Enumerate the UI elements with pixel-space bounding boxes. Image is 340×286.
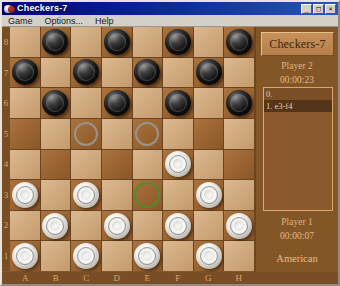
square-d8[interactable]	[102, 27, 132, 57]
square-c6[interactable]	[71, 88, 101, 118]
square-f7[interactable]	[163, 58, 193, 88]
square-g7[interactable]	[194, 58, 224, 88]
rank-label-6: 6	[2, 88, 10, 119]
square-b6[interactable]	[41, 88, 71, 118]
square-e7[interactable]	[133, 58, 163, 88]
square-d3[interactable]	[102, 180, 132, 210]
black-checker-h6[interactable]	[226, 90, 252, 116]
app-icon	[4, 4, 14, 14]
rank-label-2: 2	[2, 210, 10, 241]
square-e5[interactable]	[133, 119, 163, 149]
square-h5[interactable]	[224, 119, 254, 149]
app-banner: Checkers-7	[261, 32, 334, 56]
window-title: Checkers-7	[17, 2, 301, 15]
black-checker-e7[interactable]	[134, 59, 160, 85]
square-c1[interactable]	[71, 241, 101, 271]
rank-label-1: 1	[2, 241, 10, 272]
square-h1[interactable]	[224, 241, 254, 271]
square-d6[interactable]	[102, 88, 132, 118]
square-b3[interactable]	[41, 180, 71, 210]
menu-bar: Game Options... Help	[2, 15, 338, 27]
square-c3[interactable]	[71, 180, 101, 210]
black-checker-d6[interactable]	[104, 90, 130, 116]
square-b2[interactable]	[41, 211, 71, 241]
square-b1[interactable]	[41, 241, 71, 271]
move-row-0[interactable]: 0.	[264, 88, 332, 100]
rank-label-8: 8	[2, 27, 10, 58]
black-checker-h8[interactable]	[226, 29, 252, 55]
app-window: Checkers-7 _ □ × Game Options... Help 87…	[0, 0, 340, 286]
square-a6[interactable]	[10, 88, 40, 118]
title-bar[interactable]: Checkers-7 _ □ ×	[2, 2, 338, 15]
square-c5[interactable]	[71, 119, 101, 149]
square-g4[interactable]	[194, 150, 224, 180]
menu-game[interactable]: Game	[2, 15, 39, 27]
window-controls: _ □ ×	[301, 4, 336, 14]
square-f5[interactable]	[163, 119, 193, 149]
white-checker-a3[interactable]	[12, 182, 38, 208]
square-d7[interactable]	[102, 58, 132, 88]
square-e8[interactable]	[133, 27, 163, 57]
white-checker-a1[interactable]	[12, 243, 38, 269]
side-panel: Checkers-7 Player 2 00:00:23 0.1. e3-f4 …	[254, 27, 338, 272]
last-move-from-ring-e3	[134, 182, 160, 208]
file-label-d: D	[102, 272, 133, 284]
square-f8[interactable]	[163, 27, 193, 57]
square-c4[interactable]	[71, 150, 101, 180]
square-h4[interactable]	[224, 150, 254, 180]
black-checker-d8[interactable]	[104, 29, 130, 55]
square-a2[interactable]	[10, 211, 40, 241]
file-label-a: A	[10, 272, 41, 284]
file-labels: ABCDEFGH	[2, 272, 338, 284]
move-target-ring-c5[interactable]	[74, 122, 98, 146]
player2-clock: 00:00:23	[256, 75, 338, 85]
white-checker-d2[interactable]	[104, 213, 130, 239]
black-checker-g7[interactable]	[196, 59, 222, 85]
square-e4[interactable]	[133, 150, 163, 180]
game-area: 87654321 ABCDEFGH Checkers-7 Player 2 00…	[2, 27, 338, 284]
square-a3[interactable]	[10, 180, 40, 210]
minimize-button[interactable]: _	[301, 4, 312, 14]
square-e1[interactable]	[133, 241, 163, 271]
black-checker-c7[interactable]	[73, 59, 99, 85]
white-checker-g1[interactable]	[196, 243, 222, 269]
black-checker-b8[interactable]	[42, 29, 68, 55]
black-checker-a7[interactable]	[12, 59, 38, 85]
move-list[interactable]: 0.1. e3-f4	[263, 87, 333, 211]
square-e3[interactable]	[133, 180, 163, 210]
white-checker-c1[interactable]	[73, 243, 99, 269]
white-checker-c3[interactable]	[73, 182, 99, 208]
square-b4[interactable]	[41, 150, 71, 180]
file-label-e: E	[132, 272, 163, 284]
square-f3[interactable]	[163, 180, 193, 210]
white-checker-f4[interactable]	[165, 151, 191, 177]
square-g3[interactable]	[194, 180, 224, 210]
square-f4[interactable]	[163, 150, 193, 180]
square-f1[interactable]	[163, 241, 193, 271]
rank-label-3: 3	[2, 180, 10, 211]
white-checker-b2[interactable]	[42, 213, 68, 239]
square-a7[interactable]	[10, 58, 40, 88]
player1-clock: 00:00:07	[256, 231, 338, 241]
move-target-ring-e5[interactable]	[135, 122, 159, 146]
file-label-g: G	[193, 272, 224, 284]
file-label-f: F	[163, 272, 194, 284]
rank-label-7: 7	[2, 58, 10, 89]
square-a4[interactable]	[10, 150, 40, 180]
square-g6[interactable]	[194, 88, 224, 118]
variant-label: American	[256, 253, 338, 264]
file-label-b: B	[41, 272, 72, 284]
maximize-button[interactable]: □	[313, 4, 324, 14]
square-c8[interactable]	[71, 27, 101, 57]
square-b8[interactable]	[41, 27, 71, 57]
square-d2[interactable]	[102, 211, 132, 241]
square-g1[interactable]	[194, 241, 224, 271]
square-h3[interactable]	[224, 180, 254, 210]
square-b7[interactable]	[41, 58, 71, 88]
close-button[interactable]: ×	[325, 4, 336, 14]
file-label-h: H	[224, 272, 255, 284]
square-f6[interactable]	[163, 88, 193, 118]
checkers-board[interactable]	[10, 27, 254, 271]
white-checker-h2[interactable]	[226, 213, 252, 239]
square-d1[interactable]	[102, 241, 132, 271]
square-h6[interactable]	[224, 88, 254, 118]
square-a1[interactable]	[10, 241, 40, 271]
square-c7[interactable]	[71, 58, 101, 88]
player2-label: Player 2	[256, 61, 338, 71]
square-d5[interactable]	[102, 119, 132, 149]
square-h7[interactable]	[224, 58, 254, 88]
square-a5[interactable]	[10, 119, 40, 149]
white-checker-f2[interactable]	[165, 213, 191, 239]
rank-label-5: 5	[2, 119, 10, 150]
move-row-1[interactable]: 1. e3-f4	[264, 100, 332, 112]
square-e2[interactable]	[133, 211, 163, 241]
black-checker-f8[interactable]	[165, 29, 191, 55]
checker-piece-icon-red	[8, 6, 15, 13]
square-c2[interactable]	[71, 211, 101, 241]
square-h2[interactable]	[224, 211, 254, 241]
menu-help[interactable]: Help	[89, 15, 120, 27]
square-f2[interactable]	[163, 211, 193, 241]
square-e6[interactable]	[133, 88, 163, 118]
square-h8[interactable]	[224, 27, 254, 57]
black-checker-b6[interactable]	[42, 90, 68, 116]
black-checker-f6[interactable]	[165, 90, 191, 116]
square-g5[interactable]	[194, 119, 224, 149]
white-checker-g3[interactable]	[196, 182, 222, 208]
menu-options[interactable]: Options...	[39, 15, 90, 27]
rank-labels: 87654321	[2, 27, 10, 271]
player1-label: Player 1	[256, 217, 338, 227]
square-g2[interactable]	[194, 211, 224, 241]
rank-label-4: 4	[2, 149, 10, 180]
square-g8[interactable]	[194, 27, 224, 57]
file-label-c: C	[71, 272, 102, 284]
square-b5[interactable]	[41, 119, 71, 149]
white-checker-e1[interactable]	[134, 243, 160, 269]
square-d4[interactable]	[102, 150, 132, 180]
square-a8[interactable]	[10, 27, 40, 57]
